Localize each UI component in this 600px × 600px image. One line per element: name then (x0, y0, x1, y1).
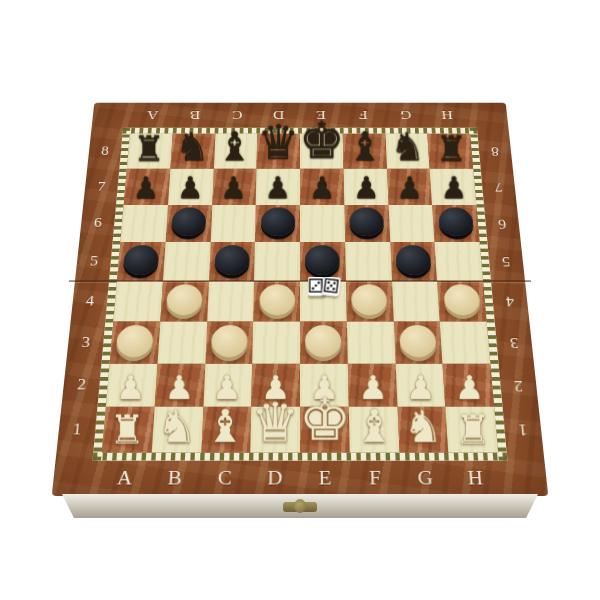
coord-label-a: A (98, 464, 150, 493)
piece-light-rook: ♜ (109, 410, 145, 450)
square-a8: ♜ (127, 134, 173, 169)
coord-label-8: 8 (480, 134, 510, 169)
square-h5 (435, 242, 483, 281)
square-d1: ♛ (250, 407, 300, 452)
piece-light-knight: ♞ (404, 405, 444, 449)
square-h3 (440, 321, 490, 363)
coord-label-e: E (300, 464, 350, 493)
piece-light-rook: ♜ (455, 410, 491, 450)
piece-dark-pawn: ♟ (441, 172, 468, 202)
brass-clasp-icon (283, 502, 317, 512)
square-g6 (388, 205, 435, 242)
piece-dark-knight: ♞ (391, 128, 426, 167)
square-c7: ♟ (212, 169, 257, 205)
coord-label-g: G (400, 464, 452, 493)
square-g4 (392, 281, 440, 321)
piece-dark-pawn: ♟ (177, 172, 204, 202)
square-b3 (157, 321, 206, 363)
square-b7: ♟ (168, 169, 214, 205)
square-g5 (390, 242, 437, 281)
square-a2: ♟ (106, 363, 157, 407)
square-b5 (163, 242, 210, 281)
coord-label-h: H (449, 464, 501, 493)
file-labels-bottom: ABCDEFGH (98, 464, 501, 493)
coord-label-1: 1 (60, 407, 95, 452)
square-h7: ♟ (430, 169, 476, 205)
checker-light (259, 284, 295, 315)
square-h1: ♜ (446, 407, 499, 452)
square-b4 (160, 281, 208, 321)
coord-label-4: 4 (74, 281, 106, 321)
piece-light-bishop: ♝ (354, 404, 395, 449)
square-h6 (432, 205, 479, 242)
checker-light (211, 325, 248, 357)
piece-dark-bishop: ♝ (217, 127, 253, 167)
square-g1: ♞ (397, 407, 449, 452)
square-h8: ♜ (428, 134, 474, 169)
square-f6 (344, 205, 390, 242)
checker-dark (305, 245, 340, 275)
square-a3 (110, 321, 160, 363)
coord-label-c: C (215, 105, 258, 124)
coord-label-b: B (149, 464, 201, 493)
square-f3 (347, 321, 395, 363)
coord-label-a: A (131, 105, 175, 124)
coord-label-4: 4 (494, 281, 526, 321)
square-f7: ♟ (343, 169, 388, 205)
square-e3 (300, 321, 348, 363)
square-c6 (210, 205, 256, 242)
square-c5 (209, 242, 256, 281)
square-c8: ♝ (213, 134, 257, 169)
piece-dark-rook: ♜ (436, 131, 467, 166)
square-c4 (207, 281, 255, 321)
board-grid: ♜♞♝♛♚♝♞♜♟♟♟♟♟♟♟♟⚂⚄♟♟♟♟♟♟♟♟♜♞♝♛♚♝♞♜ (102, 134, 498, 453)
piece-dark-pawn: ♟ (397, 172, 424, 202)
checker-light (443, 284, 481, 315)
square-g3 (393, 321, 442, 363)
square-a5 (117, 242, 165, 281)
coord-label-5: 5 (490, 242, 522, 281)
file-labels-top: ABCDEFGH (131, 105, 469, 124)
checker-light (351, 284, 387, 315)
square-f4 (346, 281, 394, 321)
square-d3 (252, 321, 300, 363)
square-c1: ♝ (201, 407, 252, 452)
square-h4 (437, 281, 486, 321)
square-d6 (255, 205, 300, 242)
coord-label-e: E (300, 105, 342, 124)
inlay-dots-bottom (92, 453, 507, 461)
piece-light-pawn: ♟ (406, 371, 435, 404)
coord-label-f: F (342, 105, 385, 124)
square-d8: ♛ (257, 134, 300, 169)
coord-label-2: 2 (502, 363, 536, 407)
checker-dark (123, 245, 160, 275)
checker-light (116, 325, 154, 357)
checker-dark (171, 208, 207, 237)
coord-label-c: C (199, 464, 250, 493)
checker-light (399, 325, 437, 357)
checker-dark (438, 208, 474, 237)
coord-label-3: 3 (498, 321, 531, 363)
coord-label-b: B (173, 105, 216, 124)
checker-dark (260, 208, 294, 237)
square-d7: ♟ (256, 169, 300, 205)
piece-dark-rook: ♜ (133, 131, 164, 166)
square-e6 (300, 205, 345, 242)
square-e8: ♚ (300, 134, 343, 169)
square-f5 (345, 242, 392, 281)
checker-light (166, 284, 203, 315)
piece-dark-queen: ♛ (257, 119, 299, 166)
piece-dark-knight: ♞ (175, 128, 210, 167)
piece-light-knight: ♞ (156, 405, 196, 449)
coord-label-d: D (250, 464, 300, 493)
square-g7: ♟ (387, 169, 433, 205)
square-e1: ♚ (300, 407, 350, 452)
coord-label-1: 1 (506, 407, 541, 452)
square-e7: ♟ (300, 169, 344, 205)
piece-dark-pawn: ♟ (265, 172, 292, 202)
coord-label-f: F (350, 464, 401, 493)
square-h2: ♟ (443, 363, 494, 407)
piece-light-bishop: ♝ (205, 404, 246, 449)
piece-dark-pawn: ♟ (133, 172, 160, 202)
piece-dark-pawn: ♟ (221, 172, 248, 202)
square-d4 (253, 281, 300, 321)
square-a1: ♜ (102, 407, 155, 452)
product-photo-scene: ABCDEFGH ABCDEFGH 87654321 87654321 ♜♞♝♛… (0, 0, 600, 600)
coord-label-5: 5 (78, 242, 110, 281)
coord-label-8: 8 (90, 134, 120, 169)
piece-dark-bishop: ♝ (347, 127, 383, 167)
square-e4: ⚂⚄ (300, 281, 347, 321)
piece-dark-pawn: ♟ (353, 172, 380, 202)
coord-label-h: H (426, 105, 470, 124)
piece-dark-pawn: ♟ (309, 172, 336, 202)
inlay-band: ♜♞♝♛♚♝♞♜♟♟♟♟♟♟♟♟⚂⚄♟♟♟♟♟♟♟♟♜♞♝♛♚♝♞♜ (92, 128, 507, 461)
coord-label-g: G (384, 105, 427, 124)
square-d5 (254, 242, 300, 281)
chess-board: ABCDEFGH ABCDEFGH 87654321 87654321 ♜♞♝♛… (52, 103, 549, 496)
piece-light-pawn: ♟ (455, 371, 484, 404)
square-a7: ♟ (124, 169, 170, 205)
square-f8: ♝ (343, 134, 387, 169)
piece-light-queen: ♛ (251, 395, 299, 449)
square-b1: ♞ (151, 407, 203, 452)
coord-label-7: 7 (86, 169, 116, 205)
square-a6 (120, 205, 167, 242)
checker-dark (395, 245, 431, 275)
coord-label-7: 7 (484, 169, 514, 205)
square-b8: ♞ (170, 134, 215, 169)
dice-pair: ⚂⚄ (307, 277, 338, 297)
checker-dark (214, 245, 250, 275)
coord-label-6: 6 (82, 205, 113, 242)
checker-light (305, 325, 341, 357)
piece-light-king: ♚ (299, 391, 351, 449)
piece-light-pawn: ♟ (116, 371, 145, 404)
square-a4 (113, 281, 162, 321)
die-5-icon: ⚄ (321, 276, 340, 297)
coord-label-2: 2 (65, 363, 99, 407)
coord-label-6: 6 (487, 205, 518, 242)
square-c3 (205, 321, 253, 363)
square-g8: ♞ (385, 134, 430, 169)
piece-light-pawn: ♟ (164, 371, 193, 404)
square-b6 (165, 205, 212, 242)
square-f1: ♝ (349, 407, 400, 452)
checker-dark (349, 208, 384, 237)
coord-label-d: D (258, 105, 300, 124)
coord-label-3: 3 (69, 321, 102, 363)
